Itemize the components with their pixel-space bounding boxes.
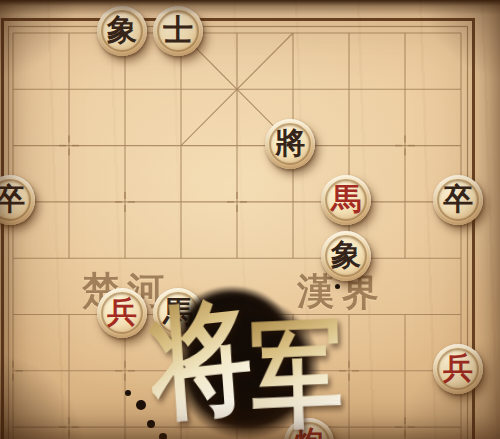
piece-glyph: 象 [107, 15, 137, 45]
piece-glyph: 士 [163, 15, 193, 45]
piece-black-elephant[interactable]: 象 [321, 231, 371, 281]
piece-black-general[interactable]: 將 [265, 119, 315, 169]
piece-red-soldier[interactable]: 兵 [433, 344, 483, 394]
check-banner-char-jun: 军 [249, 313, 345, 433]
piece-glyph: 兵 [443, 353, 473, 383]
piece-glyph: 兵 [107, 297, 137, 327]
piece-black-elephant[interactable]: 象 [97, 6, 147, 56]
piece-black-advisor[interactable]: 士 [153, 6, 203, 56]
xiangqi-board[interactable]: 楚 河 漢 界 象士將卒馬卒象兵馬兵炮 将 军 [0, 0, 500, 439]
piece-black-soldier[interactable]: 卒 [433, 175, 483, 225]
piece-glyph: 象 [331, 240, 361, 270]
ink-dot [335, 284, 340, 289]
piece-glyph: 將 [275, 128, 305, 158]
ink-dot [136, 400, 146, 410]
ink-dot [125, 390, 131, 396]
piece-glyph: 卒 [0, 184, 25, 214]
piece-red-horse[interactable]: 馬 [321, 175, 371, 225]
piece-glyph: 馬 [331, 184, 361, 214]
piece-glyph: 卒 [443, 184, 473, 214]
check-banner-char-jiang: 将 [146, 292, 256, 426]
piece-red-soldier[interactable]: 兵 [97, 288, 147, 338]
